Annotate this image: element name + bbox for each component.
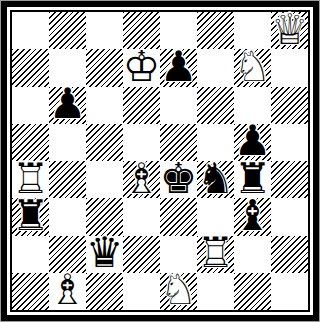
board-frame-gap: ♛♕♚♔♟♞♘♟♟♜♖♝♗♚♞♜♜♝♛♜♖♝♗♞♘ xyxy=(7,7,313,315)
square-e7: ♟ xyxy=(160,49,197,86)
black-rook: ♜ xyxy=(12,195,50,237)
square-a6 xyxy=(12,87,49,124)
square-c7 xyxy=(86,49,123,86)
square-f8 xyxy=(197,12,234,49)
square-e3 xyxy=(160,198,197,235)
square-c8 xyxy=(86,12,123,49)
square-e1: ♞♘ xyxy=(160,273,197,310)
square-d1 xyxy=(123,273,160,310)
square-d7: ♚♔ xyxy=(123,49,160,86)
black-king: ♚ xyxy=(160,157,198,199)
square-f7 xyxy=(197,49,234,86)
square-d6 xyxy=(123,87,160,124)
black-knight: ♞ xyxy=(197,157,235,199)
square-g2 xyxy=(234,236,271,273)
square-a1 xyxy=(12,273,49,310)
square-c4 xyxy=(86,161,123,198)
white-knight: ♘ xyxy=(234,46,272,88)
square-b6: ♟ xyxy=(49,87,86,124)
square-g3: ♝ xyxy=(234,198,271,235)
square-h3 xyxy=(271,198,308,235)
board-frame-inner: ♛♕♚♔♟♞♘♟♟♜♖♝♗♚♞♜♜♝♛♜♖♝♗♞♘ xyxy=(10,10,310,312)
square-h8: ♛♕ xyxy=(271,12,308,49)
white-bishop: ♗ xyxy=(123,157,161,199)
square-b4 xyxy=(49,161,86,198)
white-bishop: ♗ xyxy=(49,269,87,311)
square-h2 xyxy=(271,236,308,273)
square-c6 xyxy=(86,87,123,124)
square-h5 xyxy=(271,124,308,161)
chess-diagram: ♛♕♚♔♟♞♘♟♟♜♖♝♗♚♞♜♜♝♛♜♖♝♗♞♘ xyxy=(0,0,320,322)
square-d3 xyxy=(123,198,160,235)
square-h4 xyxy=(271,161,308,198)
square-d4: ♝♗ xyxy=(123,161,160,198)
black-queen: ♛ xyxy=(86,232,124,274)
white-king: ♔ xyxy=(123,46,161,88)
square-h6 xyxy=(271,87,308,124)
white-rook: ♖ xyxy=(197,232,235,274)
square-a2 xyxy=(12,236,49,273)
square-b8 xyxy=(49,12,86,49)
board-frame-black: ♛♕♚♔♟♞♘♟♟♜♖♝♗♚♞♜♜♝♛♜♖♝♗♞♘ xyxy=(1,1,319,321)
square-f4: ♞ xyxy=(197,161,234,198)
square-a3: ♜ xyxy=(12,198,49,235)
square-f1 xyxy=(197,273,234,310)
square-f6 xyxy=(197,87,234,124)
board-frame-outer: ♛♕♚♔♟♞♘♟♟♜♖♝♗♚♞♜♜♝♛♜♖♝♗♞♘ xyxy=(0,0,320,322)
black-pawn: ♟ xyxy=(160,46,198,88)
chess-board: ♛♕♚♔♟♞♘♟♟♜♖♝♗♚♞♜♜♝♛♜♖♝♗♞♘ xyxy=(12,12,308,310)
white-knight: ♘ xyxy=(160,269,198,311)
square-b5 xyxy=(49,124,86,161)
square-e6 xyxy=(160,87,197,124)
square-c1 xyxy=(86,273,123,310)
square-f2: ♜♖ xyxy=(197,236,234,273)
square-a7 xyxy=(12,49,49,86)
square-a8 xyxy=(12,12,49,49)
square-h1 xyxy=(271,273,308,310)
square-g1 xyxy=(234,273,271,310)
white-queen: ♕ xyxy=(271,8,309,50)
square-b3 xyxy=(49,198,86,235)
square-g7: ♞♘ xyxy=(234,49,271,86)
square-c5 xyxy=(86,124,123,161)
square-c2: ♛ xyxy=(86,236,123,273)
square-e4: ♚ xyxy=(160,161,197,198)
square-h7 xyxy=(271,49,308,86)
black-bishop: ♝ xyxy=(234,195,272,237)
square-d2 xyxy=(123,236,160,273)
black-pawn: ♟ xyxy=(49,83,87,125)
square-b1: ♝♗ xyxy=(49,273,86,310)
